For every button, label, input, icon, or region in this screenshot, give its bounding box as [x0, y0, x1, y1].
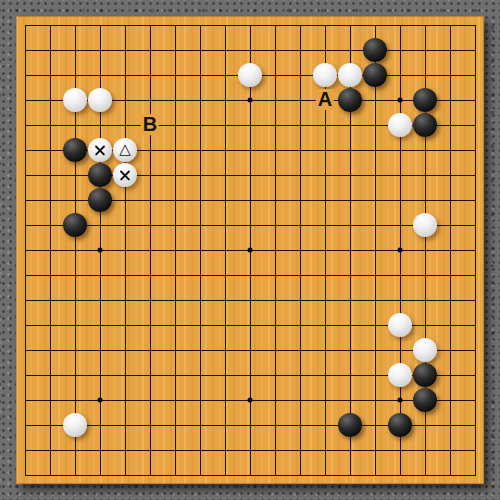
intersection-p4[interactable] — [388, 388, 413, 413]
intersection-h13[interactable] — [188, 163, 213, 188]
intersection-k6[interactable] — [263, 338, 288, 363]
intersection-l10[interactable] — [288, 238, 313, 263]
intersection-s6[interactable] — [463, 338, 488, 363]
intersection-m19[interactable] — [313, 13, 338, 38]
intersection-i12[interactable] — [213, 188, 238, 213]
intersection-i14[interactable] — [213, 138, 238, 163]
intersection-q9[interactable] — [413, 263, 438, 288]
intersection-c2[interactable] — [63, 438, 88, 463]
intersection-l12[interactable] — [288, 188, 313, 213]
intersection-r18[interactable] — [438, 38, 463, 63]
intersection-q3[interactable] — [413, 413, 438, 438]
intersection-c5[interactable] — [63, 363, 88, 388]
intersection-j5[interactable] — [238, 363, 263, 388]
intersection-r3[interactable] — [438, 413, 463, 438]
intersection-h4[interactable] — [188, 388, 213, 413]
intersection-b9[interactable] — [38, 263, 63, 288]
intersection-a7[interactable] — [13, 313, 38, 338]
intersection-b13[interactable] — [38, 163, 63, 188]
intersection-h1[interactable] — [188, 463, 213, 488]
intersection-b14[interactable] — [38, 138, 63, 163]
intersection-a18[interactable] — [13, 38, 38, 63]
intersection-o19[interactable] — [363, 13, 388, 38]
intersection-i1[interactable] — [213, 463, 238, 488]
intersection-p2[interactable] — [388, 438, 413, 463]
intersection-m8[interactable] — [313, 288, 338, 313]
intersection-r4[interactable] — [438, 388, 463, 413]
intersection-j18[interactable] — [238, 38, 263, 63]
intersection-i2[interactable] — [213, 438, 238, 463]
intersection-e8[interactable] — [113, 288, 138, 313]
intersection-i7[interactable] — [213, 313, 238, 338]
intersection-i18[interactable] — [213, 38, 238, 63]
intersection-r12[interactable] — [438, 188, 463, 213]
intersection-f19[interactable] — [138, 13, 163, 38]
intersection-d8[interactable] — [88, 288, 113, 313]
intersection-j8[interactable] — [238, 288, 263, 313]
intersection-h18[interactable] — [188, 38, 213, 63]
intersection-b5[interactable] — [38, 363, 63, 388]
intersection-r5[interactable] — [438, 363, 463, 388]
intersection-f11[interactable] — [138, 213, 163, 238]
intersection-e12[interactable] — [113, 188, 138, 213]
intersection-f14[interactable] — [138, 138, 163, 163]
intersection-c9[interactable] — [63, 263, 88, 288]
intersection-n7[interactable] — [338, 313, 363, 338]
intersection-g7[interactable] — [163, 313, 188, 338]
intersection-k12[interactable] — [263, 188, 288, 213]
intersection-q10[interactable] — [413, 238, 438, 263]
intersection-a4[interactable] — [13, 388, 38, 413]
intersection-l11[interactable] — [288, 213, 313, 238]
intersection-a12[interactable] — [13, 188, 38, 213]
intersection-g2[interactable] — [163, 438, 188, 463]
intersection-i11[interactable] — [213, 213, 238, 238]
intersection-l8[interactable] — [288, 288, 313, 313]
intersection-n19[interactable] — [338, 13, 363, 38]
intersection-a13[interactable] — [13, 163, 38, 188]
intersection-l5[interactable] — [288, 363, 313, 388]
intersection-d18[interactable] — [88, 38, 113, 63]
intersection-o5[interactable] — [363, 363, 388, 388]
intersection-c16[interactable] — [63, 88, 88, 113]
intersection-i19[interactable] — [213, 13, 238, 38]
intersection-k18[interactable] — [263, 38, 288, 63]
intersection-h19[interactable] — [188, 13, 213, 38]
intersection-b19[interactable] — [38, 13, 63, 38]
intersection-a10[interactable] — [13, 238, 38, 263]
intersection-p8[interactable] — [388, 288, 413, 313]
intersection-j11[interactable] — [238, 213, 263, 238]
intersection-b16[interactable] — [38, 88, 63, 113]
intersection-c11[interactable] — [63, 213, 88, 238]
intersection-f7[interactable] — [138, 313, 163, 338]
intersection-m6[interactable] — [313, 338, 338, 363]
intersection-f8[interactable] — [138, 288, 163, 313]
intersection-r13[interactable] — [438, 163, 463, 188]
intersection-k8[interactable] — [263, 288, 288, 313]
intersection-n17[interactable] — [338, 63, 363, 88]
intersection-l2[interactable] — [288, 438, 313, 463]
intersection-h12[interactable] — [188, 188, 213, 213]
intersection-h17[interactable] — [188, 63, 213, 88]
intersection-o13[interactable] — [363, 163, 388, 188]
intersection-h16[interactable] — [188, 88, 213, 113]
intersection-e1[interactable] — [113, 463, 138, 488]
intersection-h14[interactable] — [188, 138, 213, 163]
intersection-p17[interactable] — [388, 63, 413, 88]
intersection-m10[interactable] — [313, 238, 338, 263]
intersection-h15[interactable] — [188, 113, 213, 138]
intersection-d19[interactable] — [88, 13, 113, 38]
intersection-o16[interactable] — [363, 88, 388, 113]
intersection-j17[interactable] — [238, 63, 263, 88]
intersection-j3[interactable] — [238, 413, 263, 438]
intersection-l9[interactable] — [288, 263, 313, 288]
intersection-g8[interactable] — [163, 288, 188, 313]
intersection-p6[interactable] — [388, 338, 413, 363]
intersection-r1[interactable] — [438, 463, 463, 488]
intersection-e14[interactable]: △ — [113, 138, 138, 163]
intersection-f12[interactable] — [138, 188, 163, 213]
intersection-m2[interactable] — [313, 438, 338, 463]
intersection-c14[interactable] — [63, 138, 88, 163]
intersection-q8[interactable] — [413, 288, 438, 313]
intersection-c18[interactable] — [63, 38, 88, 63]
intersection-n9[interactable] — [338, 263, 363, 288]
intersection-o4[interactable] — [363, 388, 388, 413]
intersection-p9[interactable] — [388, 263, 413, 288]
intersection-n18[interactable] — [338, 38, 363, 63]
intersection-r9[interactable] — [438, 263, 463, 288]
intersection-i8[interactable] — [213, 288, 238, 313]
intersection-c7[interactable] — [63, 313, 88, 338]
intersection-d5[interactable] — [88, 363, 113, 388]
intersection-k13[interactable] — [263, 163, 288, 188]
intersection-g3[interactable] — [163, 413, 188, 438]
intersection-f17[interactable] — [138, 63, 163, 88]
intersection-h5[interactable] — [188, 363, 213, 388]
intersection-k3[interactable] — [263, 413, 288, 438]
intersection-a15[interactable] — [13, 113, 38, 138]
intersection-q16[interactable] — [413, 88, 438, 113]
intersection-s14[interactable] — [463, 138, 488, 163]
intersection-g10[interactable] — [163, 238, 188, 263]
intersection-j4[interactable] — [238, 388, 263, 413]
intersection-c13[interactable] — [63, 163, 88, 188]
intersection-o9[interactable] — [363, 263, 388, 288]
intersection-p14[interactable] — [388, 138, 413, 163]
intersection-s11[interactable] — [463, 213, 488, 238]
intersection-q6[interactable] — [413, 338, 438, 363]
intersection-g12[interactable] — [163, 188, 188, 213]
intersection-r17[interactable] — [438, 63, 463, 88]
intersection-e19[interactable] — [113, 13, 138, 38]
intersection-r2[interactable] — [438, 438, 463, 463]
intersection-m9[interactable] — [313, 263, 338, 288]
intersection-s2[interactable] — [463, 438, 488, 463]
intersection-l19[interactable] — [288, 13, 313, 38]
intersection-p15[interactable] — [388, 113, 413, 138]
intersection-o12[interactable] — [363, 188, 388, 213]
intersection-j7[interactable] — [238, 313, 263, 338]
intersection-p1[interactable] — [388, 463, 413, 488]
intersection-g16[interactable] — [163, 88, 188, 113]
intersection-r16[interactable] — [438, 88, 463, 113]
intersection-k4[interactable] — [263, 388, 288, 413]
intersection-d2[interactable] — [88, 438, 113, 463]
intersection-e6[interactable] — [113, 338, 138, 363]
intersection-l13[interactable] — [288, 163, 313, 188]
intersection-m1[interactable] — [313, 463, 338, 488]
intersection-d15[interactable] — [88, 113, 113, 138]
intersection-g5[interactable] — [163, 363, 188, 388]
intersection-m13[interactable] — [313, 163, 338, 188]
intersection-a14[interactable] — [13, 138, 38, 163]
intersection-s5[interactable] — [463, 363, 488, 388]
intersection-o10[interactable] — [363, 238, 388, 263]
intersection-d13[interactable] — [88, 163, 113, 188]
intersection-b6[interactable] — [38, 338, 63, 363]
intersection-i3[interactable] — [213, 413, 238, 438]
intersection-n14[interactable] — [338, 138, 363, 163]
intersection-e16[interactable] — [113, 88, 138, 113]
intersection-n13[interactable] — [338, 163, 363, 188]
intersection-g19[interactable] — [163, 13, 188, 38]
intersection-l15[interactable] — [288, 113, 313, 138]
intersection-b8[interactable] — [38, 288, 63, 313]
intersection-b12[interactable] — [38, 188, 63, 213]
intersection-h9[interactable] — [188, 263, 213, 288]
intersection-e13[interactable] — [113, 163, 138, 188]
intersection-r19[interactable] — [438, 13, 463, 38]
intersection-p5[interactable] — [388, 363, 413, 388]
intersection-e11[interactable] — [113, 213, 138, 238]
intersection-j10[interactable] — [238, 238, 263, 263]
intersection-e7[interactable] — [113, 313, 138, 338]
intersection-b2[interactable] — [38, 438, 63, 463]
intersection-k19[interactable] — [263, 13, 288, 38]
intersection-c8[interactable] — [63, 288, 88, 313]
intersection-o1[interactable] — [363, 463, 388, 488]
intersection-n4[interactable] — [338, 388, 363, 413]
intersection-n6[interactable] — [338, 338, 363, 363]
intersection-e2[interactable] — [113, 438, 138, 463]
intersection-q19[interactable] — [413, 13, 438, 38]
intersection-q14[interactable] — [413, 138, 438, 163]
intersection-r14[interactable] — [438, 138, 463, 163]
intersection-c12[interactable] — [63, 188, 88, 213]
intersection-f13[interactable] — [138, 163, 163, 188]
intersection-h6[interactable] — [188, 338, 213, 363]
intersection-e5[interactable] — [113, 363, 138, 388]
intersection-i13[interactable] — [213, 163, 238, 188]
intersection-k5[interactable] — [263, 363, 288, 388]
intersection-o15[interactable] — [363, 113, 388, 138]
intersection-n2[interactable] — [338, 438, 363, 463]
intersection-k7[interactable] — [263, 313, 288, 338]
intersection-r6[interactable] — [438, 338, 463, 363]
intersection-d7[interactable] — [88, 313, 113, 338]
intersection-d1[interactable] — [88, 463, 113, 488]
intersection-o7[interactable] — [363, 313, 388, 338]
intersection-q12[interactable] — [413, 188, 438, 213]
intersection-q4[interactable] — [413, 388, 438, 413]
intersection-c15[interactable] — [63, 113, 88, 138]
intersection-k1[interactable] — [263, 463, 288, 488]
intersection-l17[interactable] — [288, 63, 313, 88]
intersection-f18[interactable] — [138, 38, 163, 63]
intersection-o6[interactable] — [363, 338, 388, 363]
intersection-c6[interactable] — [63, 338, 88, 363]
intersection-l4[interactable] — [288, 388, 313, 413]
intersection-l1[interactable] — [288, 463, 313, 488]
intersection-f6[interactable] — [138, 338, 163, 363]
intersection-i6[interactable] — [213, 338, 238, 363]
intersection-j6[interactable] — [238, 338, 263, 363]
intersection-e3[interactable] — [113, 413, 138, 438]
intersection-n1[interactable] — [338, 463, 363, 488]
intersection-s10[interactable] — [463, 238, 488, 263]
intersection-i15[interactable] — [213, 113, 238, 138]
intersection-f10[interactable] — [138, 238, 163, 263]
intersection-h3[interactable] — [188, 413, 213, 438]
intersection-c4[interactable] — [63, 388, 88, 413]
intersection-k15[interactable] — [263, 113, 288, 138]
intersection-f3[interactable] — [138, 413, 163, 438]
intersection-q2[interactable] — [413, 438, 438, 463]
intersection-p18[interactable] — [388, 38, 413, 63]
intersection-s7[interactable] — [463, 313, 488, 338]
intersection-f16[interactable] — [138, 88, 163, 113]
intersection-r8[interactable] — [438, 288, 463, 313]
intersection-s9[interactable] — [463, 263, 488, 288]
intersection-m18[interactable] — [313, 38, 338, 63]
intersection-a11[interactable] — [13, 213, 38, 238]
intersection-r7[interactable] — [438, 313, 463, 338]
intersection-s18[interactable] — [463, 38, 488, 63]
intersection-q5[interactable] — [413, 363, 438, 388]
intersection-j2[interactable] — [238, 438, 263, 463]
intersection-g4[interactable] — [163, 388, 188, 413]
intersection-n16[interactable] — [338, 88, 363, 113]
intersection-a1[interactable] — [13, 463, 38, 488]
intersection-p12[interactable] — [388, 188, 413, 213]
intersection-p19[interactable] — [388, 13, 413, 38]
intersection-m11[interactable] — [313, 213, 338, 238]
intersection-l16[interactable] — [288, 88, 313, 113]
intersection-a2[interactable] — [13, 438, 38, 463]
intersection-a6[interactable] — [13, 338, 38, 363]
intersection-r15[interactable] — [438, 113, 463, 138]
intersection-k16[interactable] — [263, 88, 288, 113]
intersection-k17[interactable] — [263, 63, 288, 88]
intersection-k14[interactable] — [263, 138, 288, 163]
intersection-o8[interactable] — [363, 288, 388, 313]
intersection-h2[interactable] — [188, 438, 213, 463]
intersection-d11[interactable] — [88, 213, 113, 238]
intersection-g15[interactable] — [163, 113, 188, 138]
intersection-k11[interactable] — [263, 213, 288, 238]
intersection-f9[interactable] — [138, 263, 163, 288]
intersection-k2[interactable] — [263, 438, 288, 463]
intersection-d10[interactable] — [88, 238, 113, 263]
intersection-h10[interactable] — [188, 238, 213, 263]
intersection-o14[interactable] — [363, 138, 388, 163]
intersection-e10[interactable] — [113, 238, 138, 263]
intersection-g18[interactable] — [163, 38, 188, 63]
intersection-n8[interactable] — [338, 288, 363, 313]
intersection-j12[interactable] — [238, 188, 263, 213]
intersection-p11[interactable] — [388, 213, 413, 238]
intersection-o17[interactable] — [363, 63, 388, 88]
intersection-n3[interactable] — [338, 413, 363, 438]
intersection-l3[interactable] — [288, 413, 313, 438]
intersection-q15[interactable] — [413, 113, 438, 138]
intersection-b18[interactable] — [38, 38, 63, 63]
intersection-i16[interactable] — [213, 88, 238, 113]
intersection-a3[interactable] — [13, 413, 38, 438]
intersection-g13[interactable] — [163, 163, 188, 188]
intersection-j14[interactable] — [238, 138, 263, 163]
intersection-p3[interactable] — [388, 413, 413, 438]
intersection-f2[interactable] — [138, 438, 163, 463]
intersection-b4[interactable] — [38, 388, 63, 413]
intersection-q1[interactable] — [413, 463, 438, 488]
intersection-g17[interactable] — [163, 63, 188, 88]
intersection-b10[interactable] — [38, 238, 63, 263]
intersection-e9[interactable] — [113, 263, 138, 288]
intersection-h11[interactable] — [188, 213, 213, 238]
intersection-g1[interactable] — [163, 463, 188, 488]
intersection-p16[interactable] — [388, 88, 413, 113]
intersection-m16[interactable]: A — [313, 88, 338, 113]
intersection-f1[interactable] — [138, 463, 163, 488]
intersection-n15[interactable] — [338, 113, 363, 138]
intersection-i17[interactable] — [213, 63, 238, 88]
intersection-d16[interactable] — [88, 88, 113, 113]
intersection-g14[interactable] — [163, 138, 188, 163]
intersection-f5[interactable] — [138, 363, 163, 388]
intersection-a17[interactable] — [13, 63, 38, 88]
intersection-i4[interactable] — [213, 388, 238, 413]
intersection-c17[interactable] — [63, 63, 88, 88]
intersection-i10[interactable] — [213, 238, 238, 263]
intersection-o18[interactable] — [363, 38, 388, 63]
intersection-m15[interactable] — [313, 113, 338, 138]
intersection-q7[interactable] — [413, 313, 438, 338]
intersection-e17[interactable] — [113, 63, 138, 88]
intersection-g9[interactable] — [163, 263, 188, 288]
intersection-s19[interactable] — [463, 13, 488, 38]
intersection-s13[interactable] — [463, 163, 488, 188]
intersection-l18[interactable] — [288, 38, 313, 63]
intersection-c3[interactable] — [63, 413, 88, 438]
intersection-a19[interactable] — [13, 13, 38, 38]
intersection-s17[interactable] — [463, 63, 488, 88]
intersection-n10[interactable] — [338, 238, 363, 263]
intersection-q11[interactable] — [413, 213, 438, 238]
intersection-d3[interactable] — [88, 413, 113, 438]
intersection-j9[interactable] — [238, 263, 263, 288]
intersection-p10[interactable] — [388, 238, 413, 263]
intersection-g11[interactable] — [163, 213, 188, 238]
intersection-q17[interactable] — [413, 63, 438, 88]
intersection-p7[interactable] — [388, 313, 413, 338]
intersection-b3[interactable] — [38, 413, 63, 438]
intersection-q18[interactable] — [413, 38, 438, 63]
intersection-l6[interactable] — [288, 338, 313, 363]
